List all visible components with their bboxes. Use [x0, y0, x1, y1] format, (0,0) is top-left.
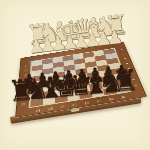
white-rook-a1: ♜ — [109, 11, 123, 39]
white-pawn-g2: ♟ — [41, 36, 54, 55]
rank-label-8: 8 — [22, 102, 25, 106]
file-label-e: E — [72, 103, 77, 107]
rank-label-4: 4 — [23, 79, 26, 82]
white-knight-g1: ♞ — [42, 19, 56, 47]
product-photo: H G F E D C B A 1 2 3 4 5 6 7 8 — [0, 0, 150, 150]
rank-label-7: 7 — [22, 96, 25, 100]
white-king-e1: ♚ — [64, 16, 78, 44]
file-label-g: G — [48, 107, 53, 111]
white-bishop-f1: ♝ — [53, 17, 67, 45]
file-label-a: A — [121, 95, 126, 99]
white-pawn-h2: ♟ — [30, 37, 43, 56]
chess-board: H G F E D C B A 1 2 3 4 5 6 7 8 — [15, 42, 147, 118]
white-rook-h1: ♜ — [31, 20, 45, 48]
rank-labels: 1 2 3 4 5 6 7 8 — [19, 63, 29, 108]
file-label-b: B — [109, 97, 114, 101]
white-queen-d1: ♛ — [76, 15, 90, 43]
rank-label-5: 5 — [23, 84, 26, 87]
file-label-h: H — [36, 109, 40, 113]
file-label-c: C — [96, 99, 101, 103]
rank-label-2: 2 — [24, 69, 27, 72]
white-back-rank: ♜ ♞ ♝ ♚ ♛ ♝ ♞ ♜ — [31, 8, 124, 48]
rank-label-3: 3 — [24, 74, 27, 77]
rank-label-6: 6 — [23, 90, 26, 93]
file-label-d: D — [84, 101, 89, 105]
board-frame: H G F E D C B A 1 2 3 4 5 6 7 8 — [15, 42, 147, 118]
watermark — [102, 49, 119, 60]
white-bishop-c1: ♝ — [87, 14, 101, 42]
file-label-f: F — [61, 105, 65, 109]
rank-label-1: 1 — [25, 64, 28, 67]
white-knight-b1: ♞ — [98, 12, 112, 40]
